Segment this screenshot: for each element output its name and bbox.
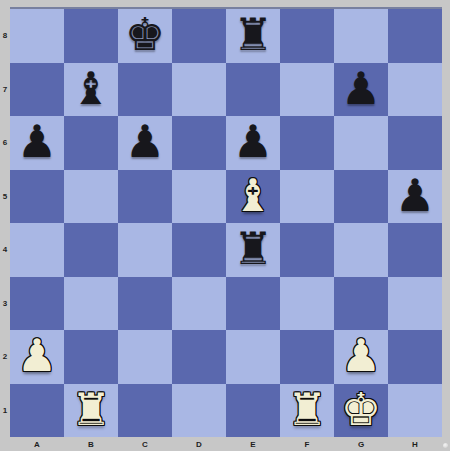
file-label-h: H bbox=[388, 437, 442, 451]
square-b1[interactable]: ♜ bbox=[64, 384, 118, 438]
square-e7[interactable] bbox=[226, 63, 280, 117]
square-e8[interactable]: ♜ bbox=[226, 9, 280, 63]
resize-grip-dot bbox=[443, 443, 448, 448]
square-d2[interactable] bbox=[172, 330, 226, 384]
square-b4[interactable] bbox=[64, 223, 118, 277]
black-rook-e4[interactable]: ♜ bbox=[233, 226, 273, 271]
rank-label-5: 5 bbox=[0, 170, 10, 224]
square-c1[interactable] bbox=[118, 384, 172, 438]
file-label-c: C bbox=[118, 437, 172, 451]
square-c7[interactable] bbox=[118, 63, 172, 117]
rank-label-8: 8 bbox=[0, 9, 10, 63]
square-h7[interactable] bbox=[388, 63, 442, 117]
black-bishop-b7[interactable]: ♝ bbox=[71, 66, 111, 111]
square-f1[interactable]: ♜ bbox=[280, 384, 334, 438]
board-grid: ♚♜♝♟♟♟♟♝♟♜♟♟♜♜♚ bbox=[10, 9, 442, 437]
rank-label-3: 3 bbox=[0, 277, 10, 331]
square-g4[interactable] bbox=[334, 223, 388, 277]
square-g5[interactable] bbox=[334, 170, 388, 224]
square-g6[interactable] bbox=[334, 116, 388, 170]
white-pawn-g2[interactable]: ♟ bbox=[341, 333, 381, 378]
white-king-g1[interactable]: ♚ bbox=[341, 387, 381, 432]
square-b2[interactable] bbox=[64, 330, 118, 384]
square-d1[interactable] bbox=[172, 384, 226, 438]
file-label-e: E bbox=[226, 437, 280, 451]
rank-label-2: 2 bbox=[0, 330, 10, 384]
square-g1[interactable]: ♚ bbox=[334, 384, 388, 438]
square-d5[interactable] bbox=[172, 170, 226, 224]
chess-board: ♚♜♝♟♟♟♟♝♟♜♟♟♜♜♚ bbox=[10, 7, 442, 437]
square-e1[interactable] bbox=[226, 384, 280, 438]
rank-label-1: 1 bbox=[0, 384, 10, 438]
black-pawn-e6[interactable]: ♟ bbox=[233, 119, 273, 164]
square-b6[interactable] bbox=[64, 116, 118, 170]
square-h5[interactable]: ♟ bbox=[388, 170, 442, 224]
square-d6[interactable] bbox=[172, 116, 226, 170]
file-label-b: B bbox=[64, 437, 118, 451]
square-d3[interactable] bbox=[172, 277, 226, 331]
black-pawn-a6[interactable]: ♟ bbox=[17, 119, 57, 164]
square-e2[interactable] bbox=[226, 330, 280, 384]
black-pawn-h5[interactable]: ♟ bbox=[395, 173, 435, 218]
square-d4[interactable] bbox=[172, 223, 226, 277]
file-label-g: G bbox=[334, 437, 388, 451]
square-d8[interactable] bbox=[172, 9, 226, 63]
black-rook-e8[interactable]: ♜ bbox=[233, 12, 273, 57]
file-label-d: D bbox=[172, 437, 226, 451]
square-f3[interactable] bbox=[280, 277, 334, 331]
square-c8[interactable]: ♚ bbox=[118, 9, 172, 63]
rank-label-7: 7 bbox=[0, 63, 10, 117]
square-a6[interactable]: ♟ bbox=[10, 116, 64, 170]
square-f2[interactable] bbox=[280, 330, 334, 384]
square-a3[interactable] bbox=[10, 277, 64, 331]
square-c2[interactable] bbox=[118, 330, 172, 384]
white-rook-f1[interactable]: ♜ bbox=[287, 387, 327, 432]
square-a2[interactable]: ♟ bbox=[10, 330, 64, 384]
square-b3[interactable] bbox=[64, 277, 118, 331]
square-f5[interactable] bbox=[280, 170, 334, 224]
rank-labels: 87654321 bbox=[0, 9, 10, 437]
square-h4[interactable] bbox=[388, 223, 442, 277]
square-g8[interactable] bbox=[334, 9, 388, 63]
square-g2[interactable]: ♟ bbox=[334, 330, 388, 384]
square-g3[interactable] bbox=[334, 277, 388, 331]
white-rook-b1[interactable]: ♜ bbox=[71, 387, 111, 432]
square-f8[interactable] bbox=[280, 9, 334, 63]
square-a8[interactable] bbox=[10, 9, 64, 63]
square-h1[interactable] bbox=[388, 384, 442, 438]
file-labels: ABCDEFGH bbox=[10, 437, 442, 451]
black-pawn-c6[interactable]: ♟ bbox=[125, 119, 165, 164]
square-b7[interactable]: ♝ bbox=[64, 63, 118, 117]
square-b5[interactable] bbox=[64, 170, 118, 224]
square-e6[interactable]: ♟ bbox=[226, 116, 280, 170]
square-h2[interactable] bbox=[388, 330, 442, 384]
white-bishop-e5[interactable]: ♝ bbox=[233, 173, 273, 218]
square-c4[interactable] bbox=[118, 223, 172, 277]
square-f4[interactable] bbox=[280, 223, 334, 277]
square-c5[interactable] bbox=[118, 170, 172, 224]
square-f7[interactable] bbox=[280, 63, 334, 117]
file-label-a: A bbox=[10, 437, 64, 451]
square-a7[interactable] bbox=[10, 63, 64, 117]
rank-label-4: 4 bbox=[0, 223, 10, 277]
black-pawn-g7[interactable]: ♟ bbox=[341, 66, 381, 111]
square-b8[interactable] bbox=[64, 9, 118, 63]
square-e5[interactable]: ♝ bbox=[226, 170, 280, 224]
rank-label-6: 6 bbox=[0, 116, 10, 170]
square-c3[interactable] bbox=[118, 277, 172, 331]
square-e3[interactable] bbox=[226, 277, 280, 331]
square-g7[interactable]: ♟ bbox=[334, 63, 388, 117]
square-h6[interactable] bbox=[388, 116, 442, 170]
file-label-f: F bbox=[280, 437, 334, 451]
square-f6[interactable] bbox=[280, 116, 334, 170]
square-a4[interactable] bbox=[10, 223, 64, 277]
square-h3[interactable] bbox=[388, 277, 442, 331]
white-pawn-a2[interactable]: ♟ bbox=[17, 333, 57, 378]
square-a5[interactable] bbox=[10, 170, 64, 224]
square-d7[interactable] bbox=[172, 63, 226, 117]
square-h8[interactable] bbox=[388, 9, 442, 63]
black-king-c8[interactable]: ♚ bbox=[125, 12, 165, 57]
square-e4[interactable]: ♜ bbox=[226, 223, 280, 277]
square-c6[interactable]: ♟ bbox=[118, 116, 172, 170]
square-a1[interactable] bbox=[10, 384, 64, 438]
